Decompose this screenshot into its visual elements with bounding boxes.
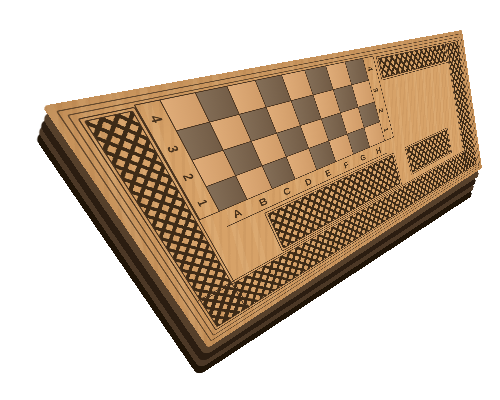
rank-label-4: 4 [132, 105, 181, 134]
chess-square-f4 [305, 66, 333, 94]
celtic-braid-top-right-band [376, 42, 449, 80]
chess-square-c3 [240, 108, 276, 140]
chess-square-a1 [207, 176, 247, 211]
chess-square-h2 [358, 102, 379, 127]
chess-square-f1 [329, 134, 353, 161]
chess-square-g2 [341, 107, 364, 133]
chess-square-a4 [161, 93, 209, 130]
chess-square-h4 [345, 59, 368, 85]
celtic-knot-pattern [84, 110, 247, 327]
chess-square-d1 [287, 149, 316, 179]
file-label-b: B [247, 189, 278, 214]
chess-square-a2 [192, 150, 235, 186]
chess-square-b4 [196, 87, 239, 122]
celtic-knot-pattern [200, 146, 476, 327]
chess-square-h1 [364, 122, 384, 147]
celtic-braid-right-panel [405, 128, 452, 175]
chess-square-c2 [252, 133, 286, 165]
chess-square-d2 [277, 126, 308, 156]
file-label-c: C [272, 179, 300, 202]
celtic-braid-right-band [445, 39, 477, 171]
celtic-knot-pattern [406, 129, 451, 172]
chess-square-f3 [313, 90, 340, 118]
rank-label-3: 3 [366, 81, 385, 99]
chess-square-g4 [326, 62, 351, 89]
rank-label-3: 3 [150, 135, 196, 164]
board-top-face-layer: 4321 4321 ABCDEFGH [0, 0, 500, 400]
chess-square-a3 [177, 123, 222, 159]
board-side-edge-groove [0, 15, 494, 400]
product-photo-scene: 4321 4321 ABCDEFGH [0, 0, 500, 400]
celtic-braid-center-panel [264, 153, 402, 252]
board-side-edge-bottom [0, 28, 490, 400]
chess-square-d4 [256, 75, 290, 106]
file-label-d: D [295, 171, 321, 193]
chess-square-d3 [267, 101, 299, 132]
chess-square-e2 [300, 119, 328, 148]
chessboard-half: 4321 4321 ABCDEFGH [134, 56, 397, 236]
file-labels: ABCDEFGH [219, 141, 387, 227]
celtic-braid-left-band [77, 107, 249, 331]
chess-square-b1 [236, 166, 272, 199]
rank-label-2: 2 [372, 101, 390, 119]
file-label-e: E [316, 162, 339, 183]
board-side-edge-lower-half [0, 21, 492, 400]
chess-square-f2 [321, 113, 346, 140]
outer-border-line [56, 33, 481, 341]
file-label-h: H [369, 141, 387, 159]
chess-square-e4 [282, 71, 313, 101]
chess-square-b3 [210, 115, 250, 149]
rank-label-1: 1 [377, 121, 395, 139]
chess-grid [159, 58, 385, 212]
rank-labels-right: 4321 [362, 56, 394, 142]
chess-square-e3 [291, 96, 320, 125]
chess-square-c4 [228, 81, 266, 114]
celtic-knot-pattern [446, 41, 476, 169]
rank-label-1: 1 [182, 189, 222, 218]
chess-square-g1 [347, 128, 369, 154]
chess-square-e1 [309, 141, 335, 169]
file-label-a: A [219, 200, 254, 226]
chess-square-b2 [224, 141, 262, 175]
file-label-f: F [335, 155, 356, 175]
file-label-g: G [353, 148, 373, 167]
chess-square-h3 [352, 81, 374, 107]
celtic-braid-bottom-band [197, 145, 478, 331]
celtic-knot-pattern [378, 44, 447, 78]
board-side-edge-upper-half [0, 8, 497, 400]
rank-labels-left: 4321 [134, 99, 220, 220]
rank-label-2: 2 [167, 163, 210, 192]
board-top-face: 4321 4321 ABCDEFGH [42, 30, 482, 348]
rank-label-4: 4 [360, 60, 380, 78]
chess-square-g3 [333, 85, 357, 112]
celtic-knot-pattern [267, 155, 400, 249]
chess-square-c1 [263, 157, 295, 188]
inner-border-line [67, 36, 479, 336]
